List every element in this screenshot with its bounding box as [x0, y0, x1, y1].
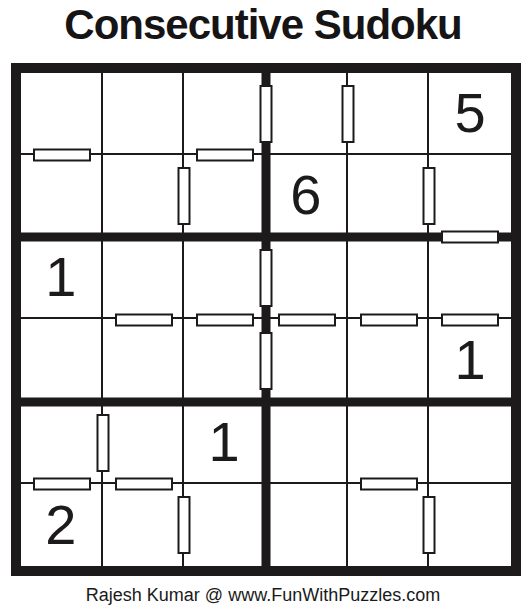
consecutive-marker-R2C2-R2C3	[178, 167, 191, 225]
consecutive-marker-R5C2-R6C2	[115, 477, 173, 490]
cell-r3c6	[429, 237, 511, 319]
given-digit-r2c4: 6	[290, 167, 321, 223]
cell-r6c2	[103, 484, 185, 566]
given-digit-r5c3: 1	[209, 414, 240, 470]
cell-r6c4	[266, 484, 348, 566]
consecutive-marker-R3C2-R4C2	[115, 313, 173, 326]
consecutive-marker-R6C2-R6C3	[178, 496, 191, 554]
puzzle-page: Consecutive Sudoku 561112 Rajesh Kumar @…	[0, 0, 526, 615]
cell-r2c4: 6	[266, 155, 348, 237]
box-border-horizontal-upper	[21, 233, 511, 242]
sudoku-board: 561112	[11, 63, 521, 576]
page-title: Consecutive Sudoku	[0, 1, 526, 49]
cell-r4c4	[266, 319, 348, 401]
consecutive-marker-R5C1-R5C2	[96, 414, 109, 472]
cell-r5c6	[429, 402, 511, 484]
cell-r4c3	[184, 319, 266, 401]
cell-r2c3	[184, 155, 266, 237]
cell-r4c6: 1	[429, 319, 511, 401]
given-digit-r6c1: 2	[45, 497, 76, 553]
cell-r4c5	[348, 319, 430, 401]
cell-r5c2	[103, 402, 185, 484]
cell-r2c5	[348, 155, 430, 237]
cell-r5c5	[348, 402, 430, 484]
consecutive-marker-R1C4-R1C5	[341, 85, 354, 143]
consecutive-marker-R1C3-R2C3	[196, 149, 254, 162]
attribution-text: Rajesh Kumar @ www.FunWithPuzzles.com	[0, 585, 526, 606]
cell-r2c6	[429, 155, 511, 237]
cell-r5c1	[21, 402, 103, 484]
sudoku-grid: 561112	[21, 73, 511, 566]
cell-r2c1	[21, 155, 103, 237]
box-border-vertical-center	[262, 73, 271, 566]
consecutive-marker-R2C5-R2C6	[423, 167, 436, 225]
consecutive-marker-R1C1-R2C1	[33, 149, 91, 162]
cell-r2c2	[103, 155, 185, 237]
cell-r6c1: 2	[21, 484, 103, 566]
consecutive-marker-R3C5-R4C5	[360, 313, 418, 326]
consecutive-marker-R3C4-R4C4	[278, 313, 336, 326]
cell-r5c4	[266, 402, 348, 484]
cell-r4c2	[103, 319, 185, 401]
box-border-horizontal-lower	[21, 397, 511, 406]
cell-r3c1: 1	[21, 237, 103, 319]
consecutive-marker-R2C6-R3C6	[441, 231, 499, 244]
cell-r1c2	[103, 73, 185, 155]
given-digit-r1c6: 5	[455, 85, 486, 141]
cell-r6c6	[429, 484, 511, 566]
consecutive-marker-R1C3-R1C4	[260, 85, 273, 143]
consecutive-marker-R5C5-R6C5	[360, 477, 418, 490]
consecutive-marker-R4C3-R4C4	[260, 332, 273, 390]
cell-r1c5	[348, 73, 430, 155]
cell-r1c4	[266, 73, 348, 155]
consecutive-marker-R5C1-R6C1	[33, 477, 91, 490]
cell-r3c5	[348, 237, 430, 319]
consecutive-marker-R3C3-R4C3	[196, 313, 254, 326]
cell-r4c1	[21, 319, 103, 401]
consecutive-marker-R3C6-R4C6	[441, 313, 499, 326]
cell-r5c3: 1	[184, 402, 266, 484]
consecutive-marker-R6C5-R6C6	[423, 496, 436, 554]
given-digit-r3c1: 1	[45, 249, 76, 305]
cell-r1c3	[184, 73, 266, 155]
cell-r6c5	[348, 484, 430, 566]
cell-r1c1	[21, 73, 103, 155]
consecutive-marker-R3C3-R3C4	[260, 249, 273, 307]
cell-r3c4	[266, 237, 348, 319]
cell-r6c3	[184, 484, 266, 566]
cell-r3c2	[103, 237, 185, 319]
cell-r3c3	[184, 237, 266, 319]
given-digit-r4c6: 1	[455, 332, 486, 388]
cell-r1c6: 5	[429, 73, 511, 155]
